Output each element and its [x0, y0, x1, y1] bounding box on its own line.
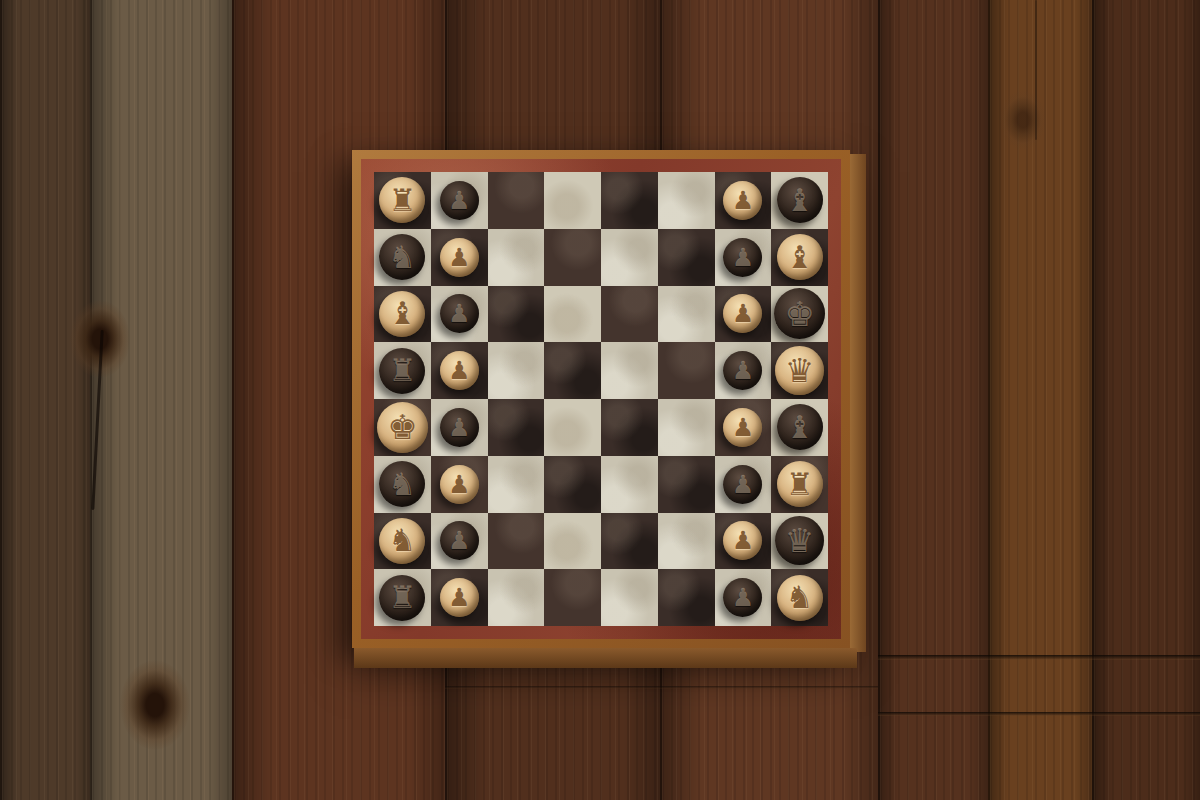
square-c8: [488, 172, 545, 229]
square-a5: ♜: [374, 342, 431, 399]
wood-plank: [1092, 0, 1200, 800]
square-g6: ♟: [715, 286, 772, 343]
square-b6: ♟: [431, 286, 488, 343]
square-e7: [601, 229, 658, 286]
square-d3: [544, 456, 601, 513]
square-f7: [658, 229, 715, 286]
square-h6: ♚: [771, 286, 828, 343]
wood-plank: [878, 0, 990, 800]
square-h4: ♝: [771, 399, 828, 456]
black-pawn-g1: ♟: [723, 578, 762, 617]
square-d1: [544, 569, 601, 626]
square-h3: ♜: [771, 456, 828, 513]
wood-plank: [0, 0, 92, 800]
piece-glyph: ♚: [784, 297, 814, 331]
square-e6: [601, 286, 658, 343]
square-g7: ♟: [715, 229, 772, 286]
black-knight-a7: ♞: [379, 234, 425, 280]
square-f2: [658, 513, 715, 570]
square-h1: ♞: [771, 569, 828, 626]
piece-glyph: ♝: [388, 298, 416, 329]
plank-seam: [878, 655, 1200, 660]
square-f1: [658, 569, 715, 626]
square-b7: ♟: [431, 229, 488, 286]
piece-glyph: ♜: [786, 469, 814, 500]
square-b1: ♟: [431, 569, 488, 626]
piece-glyph: ♝: [786, 185, 814, 216]
square-h2: ♛: [771, 513, 828, 570]
square-e2: [601, 513, 658, 570]
black-bishop-h8: ♝: [777, 177, 823, 223]
white-queen-h5: ♛: [775, 346, 824, 395]
square-d6: [544, 286, 601, 343]
square-e8: [601, 172, 658, 229]
white-rook-a8: ♜: [379, 177, 425, 223]
piece-glyph: ♟: [732, 415, 754, 440]
square-a2: ♞: [374, 513, 431, 570]
board-side-edge: [850, 154, 866, 652]
square-h5: ♛: [771, 342, 828, 399]
square-c3: [488, 456, 545, 513]
piece-glyph: ♟: [732, 358, 754, 383]
board-grid: ♜♟♟♝♞♟♟♝♝♟♟♚♜♟♟♛♚♟♟♝♞♟♟♜♞♟♟♛♜♟♟♞: [374, 172, 828, 626]
square-f6: [658, 286, 715, 343]
black-rook-a5: ♜: [379, 348, 425, 394]
square-b3: ♟: [431, 456, 488, 513]
square-b4: ♟: [431, 399, 488, 456]
black-knight-a3: ♞: [379, 461, 425, 507]
white-king-a4: ♚: [377, 402, 428, 453]
square-a1: ♜: [374, 569, 431, 626]
square-d8: [544, 172, 601, 229]
black-rook-a1: ♜: [379, 575, 425, 621]
piece-glyph: ♟: [448, 528, 470, 553]
square-h8: ♝: [771, 172, 828, 229]
board-red-border: ♜♟♟♝♞♟♟♝♝♟♟♚♜♟♟♛♚♟♟♝♞♟♟♜♞♟♟♛♜♟♟♞: [361, 159, 841, 639]
white-bishop-a6: ♝: [379, 291, 425, 337]
piece-glyph: ♛: [785, 354, 815, 387]
square-f3: [658, 456, 715, 513]
white-pawn-g8: ♟: [723, 181, 762, 220]
square-a7: ♞: [374, 229, 431, 286]
white-pawn-b5: ♟: [440, 351, 479, 390]
piece-glyph: ♟: [448, 301, 470, 326]
square-e4: [601, 399, 658, 456]
piece-glyph: ♟: [448, 245, 470, 270]
square-g4: ♟: [715, 399, 772, 456]
plank-seam: [445, 686, 878, 689]
wood-knot: [120, 660, 190, 750]
square-h7: ♝: [771, 229, 828, 286]
square-a4: ♚: [374, 399, 431, 456]
chess-board: ♜♟♟♝♞♟♟♝♝♟♟♚♜♟♟♛♚♟♟♝♞♟♟♜♞♟♟♛♜♟♟♞: [352, 150, 850, 648]
board-bottom-edge: [354, 648, 857, 668]
square-e3: [601, 456, 658, 513]
piece-glyph: ♜: [388, 355, 416, 386]
square-g3: ♟: [715, 456, 772, 513]
black-pawn-g5: ♟: [723, 351, 762, 390]
square-d7: [544, 229, 601, 286]
black-pawn-b4: ♟: [440, 408, 479, 447]
white-pawn-g4: ♟: [723, 408, 762, 447]
square-c5: [488, 342, 545, 399]
piece-glyph: ♜: [388, 582, 416, 613]
white-knight-a2: ♞: [379, 518, 425, 564]
white-pawn-b1: ♟: [440, 578, 479, 617]
white-pawn-b7: ♟: [440, 238, 479, 277]
black-queen-h2: ♛: [775, 516, 824, 565]
piece-glyph: ♞: [388, 242, 416, 273]
white-knight-h1: ♞: [777, 575, 823, 621]
square-g8: ♟: [715, 172, 772, 229]
piece-glyph: ♞: [388, 469, 416, 500]
square-c6: [488, 286, 545, 343]
piece-glyph: ♟: [448, 585, 470, 610]
white-bishop-h7: ♝: [777, 234, 823, 280]
white-rook-h3: ♜: [777, 461, 823, 507]
square-c1: [488, 569, 545, 626]
square-g2: ♟: [715, 513, 772, 570]
plank-seam: [878, 712, 1200, 716]
white-pawn-g6: ♟: [723, 294, 762, 333]
piece-glyph: ♟: [732, 188, 754, 213]
square-f5: [658, 342, 715, 399]
piece-glyph: ♜: [388, 185, 416, 216]
black-pawn-g3: ♟: [723, 465, 762, 504]
black-pawn-b2: ♟: [440, 521, 479, 560]
piece-glyph: ♝: [786, 412, 814, 443]
wood-crack: [1035, 0, 1037, 140]
piece-glyph: ♟: [448, 358, 470, 383]
piece-glyph: ♟: [732, 245, 754, 270]
piece-glyph: ♛: [785, 524, 815, 557]
square-c7: [488, 229, 545, 286]
white-pawn-g2: ♟: [723, 521, 762, 560]
black-king-h6: ♚: [774, 288, 825, 339]
black-pawn-b8: ♟: [440, 181, 479, 220]
square-a6: ♝: [374, 286, 431, 343]
piece-glyph: ♟: [732, 528, 754, 553]
piece-glyph: ♞: [786, 582, 814, 613]
square-a3: ♞: [374, 456, 431, 513]
piece-glyph: ♟: [732, 301, 754, 326]
square-f8: [658, 172, 715, 229]
square-b8: ♟: [431, 172, 488, 229]
square-d5: [544, 342, 601, 399]
piece-glyph: ♟: [732, 585, 754, 610]
piece-glyph: ♟: [732, 472, 754, 497]
black-pawn-g7: ♟: [723, 238, 762, 277]
square-b2: ♟: [431, 513, 488, 570]
square-e5: [601, 342, 658, 399]
piece-glyph: ♟: [448, 188, 470, 213]
wood-knot: [1000, 90, 1046, 150]
square-f4: [658, 399, 715, 456]
photo-scene: ♜♟♟♝♞♟♟♝♝♟♟♚♜♟♟♛♚♟♟♝♞♟♟♜♞♟♟♛♜♟♟♞: [0, 0, 1200, 800]
square-g5: ♟: [715, 342, 772, 399]
piece-glyph: ♚: [387, 410, 417, 444]
black-bishop-h4: ♝: [777, 404, 823, 450]
square-a8: ♜: [374, 172, 431, 229]
piece-glyph: ♝: [786, 242, 814, 273]
piece-glyph: ♞: [388, 525, 416, 556]
square-d4: [544, 399, 601, 456]
square-b5: ♟: [431, 342, 488, 399]
black-pawn-b6: ♟: [440, 294, 479, 333]
square-g1: ♟: [715, 569, 772, 626]
piece-glyph: ♟: [448, 415, 470, 440]
piece-glyph: ♟: [448, 472, 470, 497]
square-c4: [488, 399, 545, 456]
square-c2: [488, 513, 545, 570]
white-pawn-b3: ♟: [440, 465, 479, 504]
square-e1: [601, 569, 658, 626]
square-d2: [544, 513, 601, 570]
